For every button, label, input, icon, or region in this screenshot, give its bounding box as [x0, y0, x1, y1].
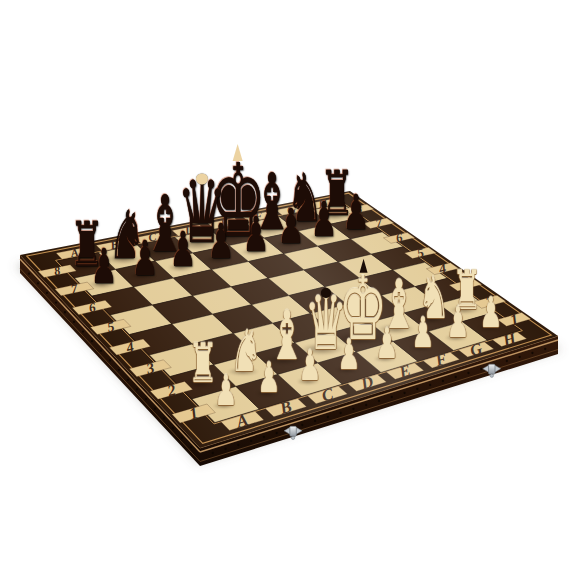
piece-glyph: ♟	[446, 301, 469, 343]
piece-black-pawn-c7[interactable]: ♟	[162, 226, 205, 274]
piece-glyph: ♟	[338, 333, 361, 375]
nail-dot	[212, 452, 214, 454]
piece-white-pawn-a1[interactable]: ♟	[207, 370, 245, 412]
nail-dot	[314, 420, 316, 422]
nail-dot	[181, 437, 183, 439]
nail-dot	[91, 340, 93, 342]
nail-dot	[429, 384, 431, 386]
nail-dot	[391, 396, 393, 398]
piece-black-pawn-d7[interactable]: ♟	[199, 218, 242, 266]
piece-glyph: ♟	[207, 218, 234, 266]
nail-dot	[172, 427, 174, 429]
piece-glyph: ♟	[278, 203, 305, 251]
piece-black-pawn-a7[interactable]: ♟	[82, 243, 125, 291]
piece-white-pawn-g1[interactable]: ♟	[439, 301, 477, 343]
piece-glyph: ♟	[131, 234, 158, 282]
king-finial-spike	[359, 259, 367, 273]
nail-dot	[416, 388, 418, 390]
piece-glyph: ♟	[170, 226, 197, 274]
nail-dot	[82, 330, 84, 332]
piece-glyph: ♟	[311, 195, 338, 243]
piece-glyph: ♟	[257, 357, 280, 399]
piece-white-pawn-c1[interactable]: ♟	[291, 345, 329, 387]
piece-glyph: ♟	[214, 370, 237, 412]
nail-dot	[544, 348, 546, 350]
nail-dot	[73, 321, 75, 323]
nail-dot	[136, 388, 138, 390]
nail-dot	[442, 380, 444, 382]
nail-dot	[531, 352, 533, 354]
nail-dot	[480, 368, 482, 370]
nail-dot	[46, 292, 48, 294]
nail-dot	[55, 301, 57, 303]
nail-dot	[28, 273, 30, 275]
piece-glyph: ♟	[91, 243, 118, 291]
nail-dot	[109, 359, 111, 361]
nail-dot	[455, 376, 457, 378]
nail-dot	[352, 408, 354, 410]
chess-set-photo: 11AA22BB33CC44DD55EE66FF77GG88HH ♜♞♝♟♚♟♛…	[0, 0, 585, 585]
piece-white-pawn-b1[interactable]: ♟	[250, 357, 288, 399]
piece-glyph: ♟	[376, 322, 399, 364]
nail-dot	[127, 379, 129, 381]
nail-dot	[145, 398, 147, 400]
nail-dot	[263, 436, 265, 438]
nail-dot	[224, 448, 226, 450]
nail-dot	[250, 440, 252, 442]
piece-glyph: ♟	[298, 345, 321, 387]
nail-dot	[301, 424, 303, 426]
nail-dot	[403, 392, 405, 394]
nail-dot	[118, 369, 120, 371]
piece-white-pawn-e1[interactable]: ♟	[368, 322, 406, 364]
nail-dot	[327, 416, 329, 418]
piece-black-pawn-b7[interactable]: ♟	[123, 234, 166, 282]
piece-white-pawn-h1[interactable]: ♟	[472, 292, 510, 334]
king-finial-spike	[233, 144, 243, 161]
piece-glyph: ♟	[243, 210, 270, 258]
nail-dot	[237, 444, 239, 446]
nail-dot	[163, 417, 165, 419]
nail-dot	[365, 404, 367, 406]
piece-glyph: ♟	[480, 292, 503, 334]
nail-dot	[37, 282, 39, 284]
nail-dot	[154, 408, 156, 410]
nail-dot	[276, 432, 278, 434]
piece-glyph: ♟	[343, 188, 370, 236]
nail-dot	[64, 311, 66, 313]
piece-glyph: ♟	[412, 311, 435, 353]
nail-dot	[518, 356, 520, 358]
piece-white-pawn-d1[interactable]: ♟	[331, 333, 369, 375]
nail-dot	[467, 372, 469, 374]
nail-dot	[190, 446, 192, 448]
nail-dot	[339, 412, 341, 414]
piece-white-pawn-f1[interactable]: ♟	[405, 311, 443, 353]
queen-finial-ball	[196, 173, 208, 185]
nail-dot	[506, 360, 508, 362]
nail-dot	[378, 400, 380, 402]
nail-dot	[100, 350, 102, 352]
